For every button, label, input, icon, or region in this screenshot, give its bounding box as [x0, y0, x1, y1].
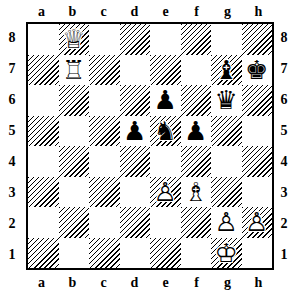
- rank-labels-left: 87654321: [0, 22, 24, 270]
- rank-label-7-left: 7: [0, 53, 24, 84]
- square-c4[interactable]: [89, 146, 120, 177]
- black-bishop-icon: ♝: [211, 55, 242, 86]
- square-e8[interactable]: [150, 24, 181, 55]
- piece-white-pawn[interactable]: ♟♙: [150, 177, 181, 208]
- black-pawn-icon: ♟: [181, 116, 212, 147]
- chessboard: ♛♕♜♖♝♚♟♛♟♞♟♟♙♝♗♟♙♟♙♚♔: [26, 22, 274, 270]
- file-label-h-bottom: h: [243, 276, 274, 290]
- rank-label-6-right: 6: [276, 84, 292, 115]
- chess-diagram: abcdefgh 87654321 ♛♕♜♖♝♚♟♛♟♞♟♟♙♝♗♟♙♟♙♚♔ …: [0, 0, 293, 295]
- piece-black-bishop[interactable]: ♝: [211, 55, 242, 86]
- piece-black-pawn[interactable]: ♟: [150, 85, 181, 116]
- rank-label-3-left: 3: [0, 177, 24, 208]
- square-a8[interactable]: [28, 24, 59, 55]
- white-pawn-icon: ♙: [150, 177, 181, 208]
- square-a6[interactable]: [28, 85, 59, 116]
- square-g2[interactable]: ♟♙: [211, 207, 242, 238]
- square-f5[interactable]: ♟: [181, 116, 212, 147]
- square-h8[interactable]: [242, 24, 273, 55]
- file-label-g-bottom: g: [212, 276, 243, 290]
- file-label-h-top: h: [243, 5, 274, 19]
- square-b8[interactable]: ♛♕: [59, 24, 90, 55]
- square-d6[interactable]: [120, 85, 151, 116]
- square-e7[interactable]: [150, 55, 181, 86]
- square-d8[interactable]: [120, 24, 151, 55]
- square-c7[interactable]: [89, 55, 120, 86]
- square-a2[interactable]: [28, 207, 59, 238]
- piece-white-pawn[interactable]: ♟♙: [242, 207, 273, 238]
- square-e2[interactable]: [150, 207, 181, 238]
- square-d7[interactable]: [120, 55, 151, 86]
- square-b6[interactable]: [59, 85, 90, 116]
- square-f1[interactable]: [181, 238, 212, 269]
- file-label-c-top: c: [88, 5, 119, 19]
- file-labels-top: abcdefgh: [26, 2, 274, 21]
- square-f3[interactable]: ♝♗: [181, 177, 212, 208]
- rank-label-4-right: 4: [276, 146, 292, 177]
- square-b1[interactable]: [59, 238, 90, 269]
- piece-black-pawn[interactable]: ♟: [181, 116, 212, 147]
- file-label-e-top: e: [150, 5, 181, 19]
- black-knight-icon: ♞: [150, 116, 181, 147]
- square-a4[interactable]: [28, 146, 59, 177]
- square-f7[interactable]: [181, 55, 212, 86]
- square-h7[interactable]: ♚: [242, 55, 273, 86]
- square-c5[interactable]: [89, 116, 120, 147]
- rank-label-2-left: 2: [0, 208, 24, 239]
- square-h4[interactable]: [242, 146, 273, 177]
- piece-black-queen[interactable]: ♛: [211, 85, 242, 116]
- rank-label-8-left: 8: [0, 22, 24, 53]
- square-d3[interactable]: [120, 177, 151, 208]
- piece-white-king[interactable]: ♚♔: [211, 238, 242, 269]
- white-rook-icon: ♖: [59, 55, 90, 86]
- white-bishop-icon: ♗: [181, 177, 212, 208]
- square-e6[interactable]: ♟: [150, 85, 181, 116]
- square-h6[interactable]: [242, 85, 273, 116]
- square-f8[interactable]: [181, 24, 212, 55]
- file-label-d-bottom: d: [119, 276, 150, 290]
- square-e1[interactable]: [150, 238, 181, 269]
- square-a5[interactable]: [28, 116, 59, 147]
- rank-label-8-right: 8: [276, 22, 292, 53]
- square-d1[interactable]: [120, 238, 151, 269]
- square-f4[interactable]: [181, 146, 212, 177]
- square-b7[interactable]: ♜♖: [59, 55, 90, 86]
- square-e3[interactable]: ♟♙: [150, 177, 181, 208]
- square-g1[interactable]: ♚♔: [211, 238, 242, 269]
- rank-labels-right: 87654321: [276, 22, 292, 270]
- square-a3[interactable]: [28, 177, 59, 208]
- rank-label-2-right: 2: [276, 208, 292, 239]
- square-b2[interactable]: [59, 207, 90, 238]
- file-label-a-top: a: [26, 5, 57, 19]
- black-pawn-icon: ♟: [150, 85, 181, 116]
- file-label-f-bottom: f: [181, 276, 212, 290]
- file-label-c-bottom: c: [88, 276, 119, 290]
- square-d4[interactable]: [120, 146, 151, 177]
- rank-label-3-right: 3: [276, 177, 292, 208]
- file-label-f-top: f: [181, 5, 212, 19]
- square-a1[interactable]: [28, 238, 59, 269]
- square-c1[interactable]: [89, 238, 120, 269]
- square-b5[interactable]: [59, 116, 90, 147]
- square-f2[interactable]: [181, 207, 212, 238]
- square-e5[interactable]: ♞: [150, 116, 181, 147]
- black-king-icon: ♚: [242, 55, 273, 86]
- piece-white-pawn[interactable]: ♟♙: [211, 207, 242, 238]
- square-f6[interactable]: [181, 85, 212, 116]
- white-pawn-icon: ♙: [242, 207, 273, 238]
- white-king-icon: ♔: [211, 238, 242, 269]
- rank-label-1-left: 1: [0, 239, 24, 270]
- rank-label-5-left: 5: [0, 115, 24, 146]
- rank-label-1-right: 1: [276, 239, 292, 270]
- square-b4[interactable]: [59, 146, 90, 177]
- file-labels-bottom: abcdefgh: [26, 273, 274, 293]
- file-label-e-bottom: e: [150, 276, 181, 290]
- file-label-d-top: d: [119, 5, 150, 19]
- piece-white-rook[interactable]: ♜♖: [59, 55, 90, 86]
- square-g3[interactable]: [211, 177, 242, 208]
- square-g8[interactable]: [211, 24, 242, 55]
- square-c2[interactable]: [89, 207, 120, 238]
- black-queen-icon: ♛: [211, 85, 242, 116]
- piece-white-bishop[interactable]: ♝♗: [181, 177, 212, 208]
- square-d2[interactable]: [120, 207, 151, 238]
- square-d5[interactable]: ♟: [120, 116, 151, 147]
- piece-black-knight[interactable]: ♞: [150, 116, 181, 147]
- square-g5[interactable]: [211, 116, 242, 147]
- file-label-a-bottom: a: [26, 276, 57, 290]
- rank-label-7-right: 7: [276, 53, 292, 84]
- file-label-b-top: b: [57, 5, 88, 19]
- square-h2[interactable]: ♟♙: [242, 207, 273, 238]
- piece-black-pawn[interactable]: ♟: [120, 116, 151, 147]
- file-label-b-bottom: b: [57, 276, 88, 290]
- piece-white-queen[interactable]: ♛♕: [59, 24, 90, 55]
- square-c8[interactable]: [89, 24, 120, 55]
- rank-label-5-right: 5: [276, 115, 292, 146]
- square-c6[interactable]: [89, 85, 120, 116]
- file-label-g-top: g: [212, 5, 243, 19]
- rank-label-4-left: 4: [0, 146, 24, 177]
- square-h1[interactable]: [242, 238, 273, 269]
- square-e4[interactable]: [150, 146, 181, 177]
- square-g7[interactable]: ♝: [211, 55, 242, 86]
- black-pawn-icon: ♟: [120, 116, 151, 147]
- square-c3[interactable]: [89, 177, 120, 208]
- square-b3[interactable]: [59, 177, 90, 208]
- square-a7[interactable]: [28, 55, 59, 86]
- square-h3[interactable]: [242, 177, 273, 208]
- square-g6[interactable]: ♛: [211, 85, 242, 116]
- square-h5[interactable]: [242, 116, 273, 147]
- square-g4[interactable]: [211, 146, 242, 177]
- white-pawn-icon: ♙: [211, 207, 242, 238]
- piece-black-king[interactable]: ♚: [242, 55, 273, 86]
- rank-label-6-left: 6: [0, 84, 24, 115]
- white-queen-icon: ♕: [59, 24, 90, 55]
